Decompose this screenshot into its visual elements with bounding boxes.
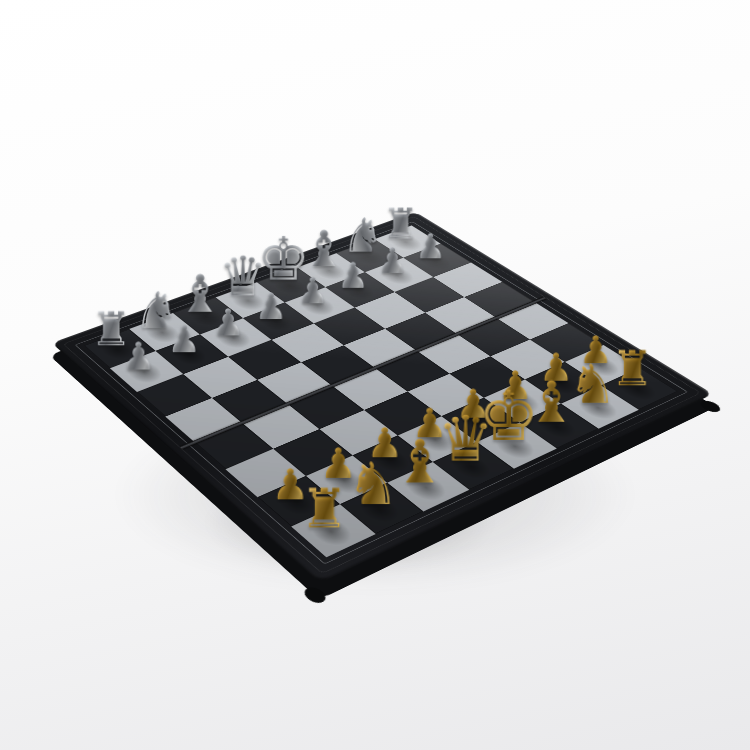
silver-pawn: ♟ bbox=[376, 244, 407, 277]
silver-pawn: ♟ bbox=[166, 321, 200, 357]
gold-bishop: ♝ bbox=[393, 434, 447, 491]
square-c4r1 bbox=[464, 282, 534, 318]
square-c3r5 bbox=[271, 323, 343, 362]
square-c2r3: ♟ bbox=[325, 272, 394, 307]
square-c4r2 bbox=[425, 297, 496, 334]
silver-pawn: ♟ bbox=[336, 259, 368, 293]
board-grid: ♜♟♟♜♞♟♟♞♝♟♟♝♚♟♟♚♛♟♟♛♝♟♟♝♞♟♟♞♜♟♟♜ bbox=[84, 226, 678, 558]
square-c5r8 bbox=[195, 423, 273, 469]
gold-knight: ♞ bbox=[346, 457, 398, 513]
square-c2r4: ♟ bbox=[285, 287, 355, 323]
square-c3r1 bbox=[433, 262, 502, 297]
silver-pawn: ♟ bbox=[121, 338, 155, 374]
chess-board: ♜♟♟♜♞♟♟♞♝♟♟♝♚♟♟♚♛♟♟♛♝♟♟♝♞♟♟♞♜♟♟♜ bbox=[52, 212, 713, 583]
gold-rook: ♜ bbox=[300, 483, 348, 534]
perspective-scene: ♜♟♟♜♞♟♟♞♝♟♟♝♚♟♟♚♛♟♟♛♝♟♟♝♞♟♟♞♜♟♟♜ bbox=[0, 0, 750, 750]
square-c5r4 bbox=[375, 351, 450, 392]
rubber-foot bbox=[300, 585, 329, 606]
silver-pawn: ♟ bbox=[296, 274, 328, 308]
silver-pawn: ♟ bbox=[211, 305, 244, 340]
silver-rook: ♜ bbox=[382, 204, 420, 244]
square-c2r7: ♟ bbox=[156, 334, 228, 374]
square-c2r6: ♟ bbox=[200, 318, 272, 356]
silver-pawn: ♟ bbox=[414, 230, 445, 263]
square-c4r7 bbox=[212, 380, 288, 423]
gold-rook: ♜ bbox=[610, 346, 653, 392]
square-c2r1: ♟ bbox=[403, 244, 471, 277]
board-frame: ♜♟♟♜♞♟♟♞♝♟♟♝♚♟♟♚♛♟♟♛♝♟♟♝♞♟♟♞♜♟♟♜ bbox=[52, 212, 713, 583]
square-c2r2: ♟ bbox=[365, 258, 433, 292]
square-c4r8 bbox=[165, 398, 242, 442]
product-photo-stage: ♜♟♟♜♞♟♟♞♝♟♟♝♚♟♟♚♛♟♟♛♝♟♟♝♞♟♟♞♜♟♟♜ bbox=[0, 0, 750, 750]
rubber-foot bbox=[697, 399, 724, 414]
silver-pawn: ♟ bbox=[254, 289, 287, 324]
